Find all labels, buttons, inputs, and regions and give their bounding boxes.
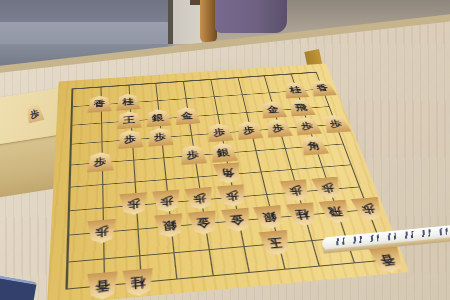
shogi-piece-gote-pawn: 歩	[234, 121, 264, 140]
shogi-piece-gote-pawn: 歩	[87, 151, 115, 172]
shogi-piece-gote-lance: 香	[87, 95, 112, 113]
piece-kanji: 桂	[281, 81, 310, 100]
piece-kanji: 金	[258, 100, 288, 120]
shogi-piece-sente-silver: 銀	[154, 213, 186, 238]
piece-kanji: 金	[187, 209, 220, 236]
shogi-piece-gote-king: 王	[116, 111, 143, 130]
shogi-piece-gote-pawn: 歩	[292, 116, 323, 135]
shogi-piece-gote-rook: 飛	[286, 98, 316, 116]
piece-kanji: 桂	[285, 201, 321, 228]
shogi-piece-gote-gold: 金	[173, 106, 201, 124]
piece-kanji: 金	[173, 106, 201, 126]
shogi-piece-gote-gold: 金	[258, 100, 287, 118]
piece-kanji: 歩	[117, 128, 144, 150]
piece-kanji: 金	[220, 207, 254, 234]
piece-kanji: 歩	[279, 178, 313, 203]
piece-kanji: 角	[297, 134, 330, 156]
piece-kanji: 歩	[263, 118, 294, 139]
shogi-piece-gote-pawn: 歩	[178, 144, 208, 165]
piece-kanji: 飛	[317, 198, 353, 225]
shogi-piece-gote-pawn: 歩	[146, 127, 174, 147]
purple-chair-cushion	[215, 0, 287, 33]
shogi-piece-sente-knight: 桂	[285, 202, 320, 227]
piece-kanji: 歩	[86, 218, 117, 246]
shogi-photo-scene: 歩 香桂桂香王銀金金飛歩歩歩歩歩歩歩歩歩銀角角歩歩歩歩歩歩歩銀金金銀桂飛歩玉香桂…	[0, 0, 450, 300]
shogi-piece-sente-pawn: 歩	[86, 219, 116, 245]
piece-kanji: 歩	[205, 122, 235, 143]
shogi-piece-sente-pawn: 歩	[184, 187, 216, 211]
piece-kanji: 歩	[234, 120, 264, 141]
shogi-piece-sente-pawn: 歩	[119, 192, 149, 216]
piece-kanji: 銀	[154, 212, 186, 240]
piece-kanji: 香	[87, 94, 112, 113]
shogi-piece-sente-pawn: 歩	[152, 190, 183, 214]
piece-kanji: 王	[116, 110, 143, 130]
piece-kanji: 角	[212, 162, 244, 186]
piece-kanji: 銀	[253, 204, 288, 231]
piece-kanji: 歩	[119, 191, 149, 217]
shogi-piece-gote-pawn: 歩	[263, 118, 293, 137]
shogi-piece-sente-pawn: 歩	[279, 179, 313, 202]
shogi-piece-sente-silver: 銀	[253, 205, 287, 230]
piece-kanji: 歩	[184, 186, 216, 212]
shogi-piece-sente-rook: 飛	[318, 200, 354, 224]
piece-kanji: 歩	[216, 183, 249, 209]
shogi-piece-gote-silver: 銀	[208, 142, 238, 163]
shogi-piece-sente-gold: 金	[220, 208, 254, 233]
shogi-piece-gote-knight: 桂	[281, 82, 310, 99]
shogi-piece-sente-bishop: 角	[212, 163, 243, 185]
shogi-piece-sente-king: 玉	[258, 230, 294, 257]
shogi-piece-gote-silver: 銀	[145, 109, 172, 128]
piece-kanji: 歩	[146, 126, 174, 147]
floor-gap	[168, 0, 202, 44]
shogi-piece-gote-pawn: 歩	[117, 129, 144, 149]
piece-kanji: 歩	[310, 176, 345, 201]
shogi-piece-gote-pawn: 歩	[205, 123, 234, 142]
shogi-piece-gote-bishop: 角	[298, 135, 330, 155]
shogi-piece-sente-pawn: 歩	[216, 184, 248, 207]
piece-kanji: 銀	[208, 141, 239, 164]
piece-kanji: 銀	[145, 108, 172, 128]
shogi-piece-sente-pawn: 歩	[311, 177, 345, 200]
piece-kanji: 桂	[115, 92, 141, 111]
piece-kanji: 歩	[178, 143, 208, 166]
piece-kanji: 歩	[152, 189, 183, 215]
piece-kanji: 歩	[87, 150, 115, 173]
shogi-piece-gote-knight: 桂	[115, 93, 141, 111]
piece-kanji: 飛	[286, 98, 316, 118]
piece-kanji: 歩	[291, 116, 323, 137]
piece-kanji: 玉	[258, 228, 294, 257]
shogi-piece-sente-gold: 金	[187, 210, 220, 235]
